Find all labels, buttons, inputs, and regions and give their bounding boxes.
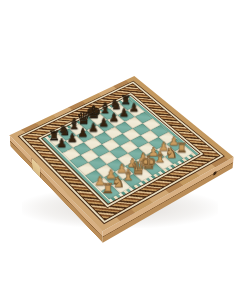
frame-pinstripe-outer-cream: ♜♞♝♛♚♝♞♜♟♟♟♟♟♟♟♟♟♟♟♟♟♟♟♟♜♞♝♛♚♝♞♜: [19, 82, 223, 224]
frame-meander-band: ♜♞♝♛♚♝♞♜♟♟♟♟♟♟♟♟♟♟♟♟♟♟♟♟♜♞♝♛♚♝♞♜: [23, 84, 219, 220]
hinge-plate: [32, 158, 40, 177]
product-photo[interactable]: ♜♞♝♛♚♝♞♜♟♟♟♟♟♟♟♟♟♟♟♟♟♟♟♟♜♞♝♛♚♝♞♜: [0, 0, 240, 303]
frame-mosaic-band: ♜♞♝♛♚♝♞♜♟♟♟♟♟♟♟♟♟♟♟♟♟♟♟♟♜♞♝♛♚♝♞♜: [42, 96, 199, 204]
board-3d-scene: ♜♞♝♛♚♝♞♜♟♟♟♟♟♟♟♟♟♟♟♟♟♟♟♟♜♞♝♛♚♝♞♜: [0, 0, 240, 303]
frame-pinstripe-outer-dark: ♜♞♝♛♚♝♞♜♟♟♟♟♟♟♟♟♟♟♟♟♟♟♟♟♜♞♝♛♚♝♞♜: [18, 81, 225, 224]
frame-pinstripe-outer-dark-2: ♜♞♝♛♚♝♞♜♟♟♟♟♟♟♟♟♟♟♟♟♟♟♟♟♜♞♝♛♚♝♞♜: [22, 83, 221, 221]
clasp-pin: [214, 170, 217, 175]
square-a6: [62, 148, 80, 161]
playing-field: ♜♞♝♛♚♝♞♜♟♟♟♟♟♟♟♟♟♟♟♟♟♟♟♟♜♞♝♛♚♝♞♜: [48, 99, 194, 199]
chess-board: ♜♞♝♛♚♝♞♜♟♟♟♟♟♟♟♟♟♟♟♟♟♟♟♟♜♞♝♛♚♝♞♜: [9, 76, 233, 231]
square-e5: [112, 134, 130, 146]
